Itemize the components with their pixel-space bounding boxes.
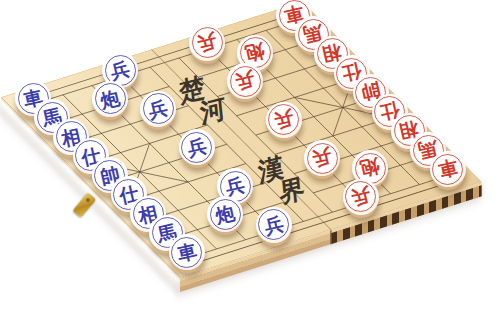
piece-blue-cannon[interactable]: 炮 <box>207 196 243 232</box>
piece-red-soldier[interactable]: 兵 <box>189 25 225 61</box>
piece-glyph: 兵 <box>339 175 382 218</box>
piece-blue-soldier[interactable]: 兵 <box>179 129 215 165</box>
xiangqi-set-photo: 楚河漢界 車馬相仕帥仕相馬車炮炮兵兵兵兵兵車馬相仕帥仕相馬車炮炮兵兵兵兵兵 <box>0 0 500 333</box>
piece-glyph: 兵 <box>185 21 228 64</box>
piece-glyph: 兵 <box>252 203 295 246</box>
piece-red-soldier[interactable]: 兵 <box>304 140 340 176</box>
piece-glyph: 兵 <box>175 126 218 169</box>
piece-glyph: 兵 <box>301 137 344 180</box>
piece-glyph: 兵 <box>137 87 180 130</box>
piece-red-chariot[interactable]: 車 <box>430 151 466 187</box>
piece-red-soldier[interactable]: 兵 <box>266 102 302 138</box>
piece-blue-chariot[interactable]: 車 <box>169 234 205 270</box>
piece-blue-cannon[interactable]: 炮 <box>92 81 128 117</box>
piece-blue-soldier[interactable]: 兵 <box>256 207 292 243</box>
piece-glyph: 兵 <box>262 98 305 141</box>
pieces-layer: 車馬相仕帥仕相馬車炮炮兵兵兵兵兵車馬相仕帥仕相馬車炮炮兵兵兵兵兵 <box>0 0 500 333</box>
piece-glyph: 車 <box>165 231 208 274</box>
piece-glyph: 車 <box>426 148 469 191</box>
piece-blue-soldier[interactable]: 兵 <box>140 91 176 127</box>
piece-red-soldier[interactable]: 兵 <box>343 179 379 215</box>
piece-red-soldier[interactable]: 兵 <box>227 63 263 99</box>
